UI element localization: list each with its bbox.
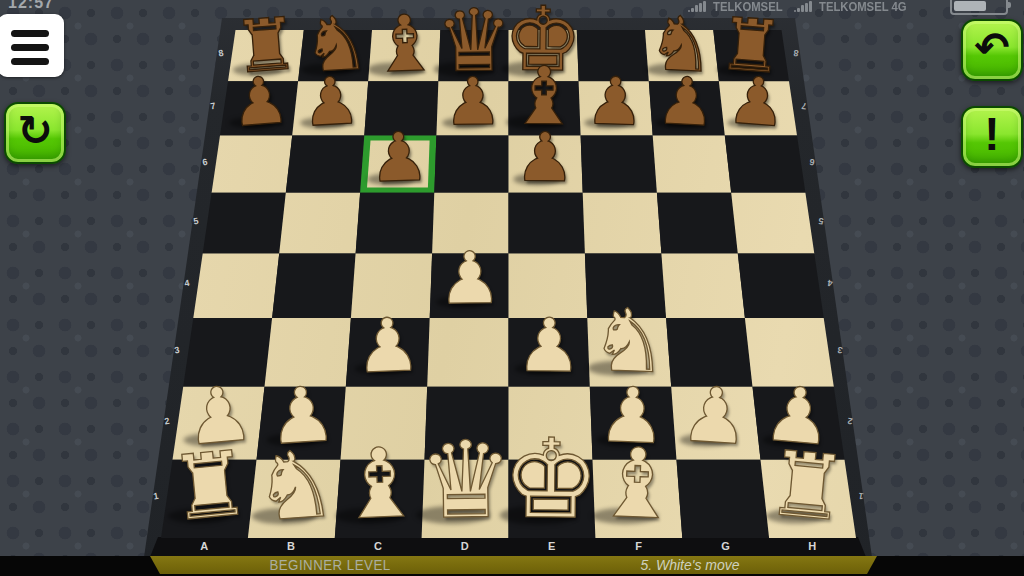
white-bishop-f1[interactable]: ♝ [592, 436, 681, 535]
black-pawn-g7[interactable]: ♟ [655, 68, 717, 137]
carrier-name-right: TELKOMSEL 4G [819, 0, 907, 14]
menu-button[interactable] [0, 14, 64, 77]
hamburger-icon [11, 30, 49, 37]
undo-arrow-icon: ↶ [974, 27, 1009, 69]
hamburger-icon [11, 58, 49, 65]
white-knight-b1[interactable]: ♞ [251, 438, 340, 536]
black-pawn-h7[interactable]: ♟ [726, 67, 790, 137]
black-pawn-c6[interactable]: ♟ [367, 123, 430, 192]
black-pawn-d7[interactable]: ♟ [443, 69, 502, 135]
white-pawn-e3[interactable]: ♟ [515, 308, 582, 382]
white-king-e1[interactable]: ♚ [502, 425, 601, 536]
hamburger-icon [11, 44, 49, 51]
file-label-b: B [287, 540, 295, 552]
rank-label-3: 3 [836, 344, 843, 355]
black-pawn-a7[interactable]: ♟ [228, 67, 292, 137]
black-bishop-c8[interactable]: ♝ [369, 5, 441, 85]
white-rook-a1[interactable]: ♜ [166, 440, 254, 536]
white-rook-h1[interactable]: ♜ [764, 440, 852, 536]
white-queen-d1[interactable]: ♛ [418, 428, 514, 535]
file-label-f: F [635, 540, 642, 552]
rotate-icon: ↻ [17, 110, 52, 152]
turn-indicator: 5. White's move [640, 557, 739, 573]
undo-move-button[interactable]: ↶ [961, 19, 1023, 81]
white-pawn-d4[interactable]: ♟ [437, 243, 502, 315]
white-pawn-g2[interactable]: ♟ [679, 376, 752, 456]
signal-bars-icon [794, 0, 812, 12]
battery-icon [950, 0, 1008, 15]
chess-app-screen: 12:57 TELKOMSEL TELKOMSEL 4G ↻ ↶ ! BEGIN… [0, 0, 1024, 576]
exclamation-icon: ! [984, 111, 999, 157]
rotate-board-button[interactable]: ↻ [4, 102, 66, 164]
hint-button[interactable]: ! [961, 106, 1023, 168]
file-label-h: H [808, 540, 816, 552]
white-bishop-c1[interactable]: ♝ [336, 436, 426, 535]
black-pawn-f7[interactable]: ♟ [585, 69, 646, 136]
black-pawn-b7[interactable]: ♟ [300, 68, 362, 137]
file-label-g: G [721, 540, 730, 552]
file-label-a: A [200, 540, 208, 552]
status-clock: 12:57 [8, 0, 54, 12]
level-label: BEGINNER LEVEL [269, 557, 390, 573]
black-pawn-e6[interactable]: ♟ [515, 124, 576, 192]
file-label-c: C [374, 540, 382, 552]
white-pawn-c3[interactable]: ♟ [354, 307, 423, 383]
